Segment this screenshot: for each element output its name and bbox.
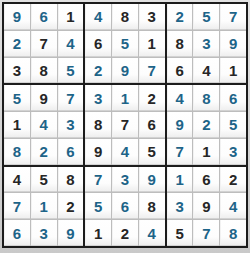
box-4: 597143826 xyxy=(4,85,83,164)
cell-r4c7[interactable]: 4 xyxy=(167,85,193,111)
cell-r6c1[interactable]: 8 xyxy=(4,139,30,165)
cell-r9c5[interactable]: 2 xyxy=(112,220,138,246)
cell-r3c8[interactable]: 4 xyxy=(193,58,219,84)
cell-r2c1[interactable]: 2 xyxy=(4,31,30,57)
cell-r7c5[interactable]: 3 xyxy=(112,167,138,193)
cell-r7c1[interactable]: 4 xyxy=(4,167,30,193)
cell-r5c2[interactable]: 4 xyxy=(31,112,57,138)
cell-r3c6[interactable]: 7 xyxy=(139,58,165,84)
cell-r5c7[interactable]: 9 xyxy=(167,112,193,138)
cell-r9c4[interactable]: 1 xyxy=(85,220,111,246)
cell-r5c8[interactable]: 2 xyxy=(193,112,219,138)
cell-r8c9[interactable]: 4 xyxy=(220,193,246,219)
cell-r6c9[interactable]: 3 xyxy=(220,139,246,165)
cell-r4c9[interactable]: 6 xyxy=(220,85,246,111)
box-5: 312876945 xyxy=(85,85,164,164)
cell-r6c6[interactable]: 5 xyxy=(139,139,165,165)
box-6: 486925713 xyxy=(167,85,246,164)
cell-r6c4[interactable]: 9 xyxy=(85,139,111,165)
cell-r9c9[interactable]: 8 xyxy=(220,220,246,246)
box-3: 257839641 xyxy=(167,4,246,83)
cell-r8c6[interactable]: 8 xyxy=(139,193,165,219)
cell-r5c1[interactable]: 1 xyxy=(4,112,30,138)
cell-r7c4[interactable]: 7 xyxy=(85,167,111,193)
cell-r7c9[interactable]: 2 xyxy=(220,167,246,193)
box-1: 961274385 xyxy=(4,4,83,83)
cell-r9c2[interactable]: 3 xyxy=(31,220,57,246)
cell-r4c5[interactable]: 1 xyxy=(112,85,138,111)
cell-r4c8[interactable]: 8 xyxy=(193,85,219,111)
box-8: 739568124 xyxy=(85,167,164,246)
cell-r2c5[interactable]: 5 xyxy=(112,31,138,57)
cell-r7c3[interactable]: 8 xyxy=(58,167,84,193)
cell-r8c3[interactable]: 2 xyxy=(58,193,84,219)
cell-r6c5[interactable]: 4 xyxy=(112,139,138,165)
cell-r4c6[interactable]: 2 xyxy=(139,85,165,111)
cell-r4c4[interactable]: 3 xyxy=(85,85,111,111)
cell-r2c7[interactable]: 8 xyxy=(167,31,193,57)
cell-r1c2[interactable]: 6 xyxy=(31,4,57,30)
cell-r5c4[interactable]: 8 xyxy=(85,112,111,138)
cell-r9c8[interactable]: 7 xyxy=(193,220,219,246)
cell-r3c5[interactable]: 9 xyxy=(112,58,138,84)
cell-r4c3[interactable]: 7 xyxy=(58,85,84,111)
cell-r7c6[interactable]: 9 xyxy=(139,167,165,193)
cell-r1c9[interactable]: 7 xyxy=(220,4,246,30)
cell-r7c8[interactable]: 6 xyxy=(193,167,219,193)
cell-r3c4[interactable]: 2 xyxy=(85,58,111,84)
cell-r9c6[interactable]: 4 xyxy=(139,220,165,246)
cell-r6c2[interactable]: 2 xyxy=(31,139,57,165)
cell-r3c9[interactable]: 1 xyxy=(220,58,246,84)
cell-r8c8[interactable]: 9 xyxy=(193,193,219,219)
cell-r6c3[interactable]: 6 xyxy=(58,139,84,165)
cell-r8c5[interactable]: 6 xyxy=(112,193,138,219)
cell-r8c4[interactable]: 5 xyxy=(85,193,111,219)
cell-r6c8[interactable]: 1 xyxy=(193,139,219,165)
cell-r8c7[interactable]: 3 xyxy=(167,193,193,219)
box-7: 458712639 xyxy=(4,167,83,246)
cell-r7c7[interactable]: 1 xyxy=(167,167,193,193)
cell-r1c5[interactable]: 8 xyxy=(112,4,138,30)
box-9: 162394578 xyxy=(167,167,246,246)
cell-r8c2[interactable]: 1 xyxy=(31,193,57,219)
sudoku-board: 9612743854836512972578396415971438263128… xyxy=(2,2,248,248)
cell-r3c7[interactable]: 6 xyxy=(167,58,193,84)
box-2: 483651297 xyxy=(85,4,164,83)
cell-r1c6[interactable]: 3 xyxy=(139,4,165,30)
cell-r5c6[interactable]: 6 xyxy=(139,112,165,138)
cell-r1c1[interactable]: 9 xyxy=(4,4,30,30)
cell-r5c5[interactable]: 7 xyxy=(112,112,138,138)
cell-r2c6[interactable]: 1 xyxy=(139,31,165,57)
cell-r2c3[interactable]: 4 xyxy=(58,31,84,57)
cell-r3c3[interactable]: 5 xyxy=(58,58,84,84)
cell-r1c8[interactable]: 5 xyxy=(193,4,219,30)
cell-r1c7[interactable]: 2 xyxy=(167,4,193,30)
cell-r4c2[interactable]: 9 xyxy=(31,85,57,111)
cell-r9c7[interactable]: 5 xyxy=(167,220,193,246)
cell-r9c1[interactable]: 6 xyxy=(4,220,30,246)
cell-r1c4[interactable]: 4 xyxy=(85,4,111,30)
cell-r7c2[interactable]: 5 xyxy=(31,167,57,193)
sudoku-board-frame: 9612743854836512972578396415971438263128… xyxy=(0,0,250,253)
cell-r2c8[interactable]: 3 xyxy=(193,31,219,57)
cell-r8c1[interactable]: 7 xyxy=(4,193,30,219)
cell-r2c4[interactable]: 6 xyxy=(85,31,111,57)
cell-r3c2[interactable]: 8 xyxy=(31,58,57,84)
cell-r1c3[interactable]: 1 xyxy=(58,4,84,30)
cell-r5c9[interactable]: 5 xyxy=(220,112,246,138)
cell-r3c1[interactable]: 3 xyxy=(4,58,30,84)
cell-r5c3[interactable]: 3 xyxy=(58,112,84,138)
cell-r2c2[interactable]: 7 xyxy=(31,31,57,57)
cell-r2c9[interactable]: 9 xyxy=(220,31,246,57)
cell-r6c7[interactable]: 7 xyxy=(167,139,193,165)
cell-r4c1[interactable]: 5 xyxy=(4,85,30,111)
cell-r9c3[interactable]: 9 xyxy=(58,220,84,246)
